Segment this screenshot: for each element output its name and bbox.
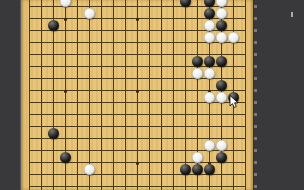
black-stone	[60, 152, 71, 163]
black-stone	[180, 0, 191, 7]
row-tick	[254, 173, 257, 176]
row-tick	[254, 29, 257, 32]
row-tick	[254, 125, 257, 128]
row-tick	[254, 53, 257, 56]
panel-glyph-speck	[291, 12, 293, 17]
black-stone	[192, 56, 203, 67]
left-sidebar	[0, 0, 21, 190]
black-stone	[216, 56, 227, 67]
row-tick	[254, 161, 257, 164]
black-stone	[216, 20, 227, 31]
white-stone	[216, 92, 227, 103]
white-stone	[216, 0, 227, 7]
row-tick	[254, 65, 257, 68]
row-tick	[254, 41, 257, 44]
black-stone	[192, 164, 203, 175]
row-tick	[254, 101, 257, 104]
white-stone	[204, 68, 215, 79]
mouse-cursor-icon	[229, 95, 239, 109]
white-stone	[228, 32, 239, 43]
white-stone	[60, 0, 71, 7]
white-stone	[204, 92, 215, 103]
row-tick	[254, 89, 257, 92]
row-tick	[254, 5, 257, 8]
row-tick	[254, 17, 257, 20]
row-tick	[254, 77, 257, 80]
white-stone	[204, 140, 215, 151]
stones-layer	[23, 0, 251, 187]
white-stone	[216, 8, 227, 19]
white-stone	[84, 164, 95, 175]
black-stone	[48, 20, 59, 31]
white-stone	[204, 20, 215, 31]
black-stone	[216, 80, 227, 91]
black-stone	[204, 164, 215, 175]
white-stone	[192, 152, 203, 163]
black-stone	[216, 152, 227, 163]
go-board[interactable]	[21, 0, 253, 190]
black-stone	[204, 8, 215, 19]
right-sidebar	[253, 0, 304, 190]
white-stone	[216, 140, 227, 151]
white-stone	[204, 32, 215, 43]
app-window	[0, 0, 304, 190]
black-stone	[180, 164, 191, 175]
row-tick	[254, 137, 257, 140]
row-tick	[254, 149, 257, 152]
white-stone	[192, 68, 203, 79]
white-stone	[84, 8, 95, 19]
black-stone	[48, 128, 59, 139]
black-stone	[204, 56, 215, 67]
black-stone	[204, 0, 215, 7]
row-tick	[254, 113, 257, 116]
row-tick	[254, 185, 257, 188]
white-stone	[216, 32, 227, 43]
